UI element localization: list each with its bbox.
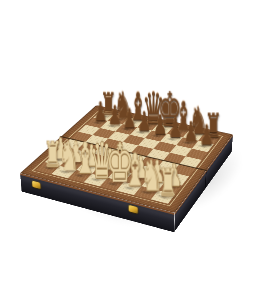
white-rook-icon: ♜ xyxy=(159,164,179,202)
brass-latch-icon[interactable] xyxy=(32,181,41,189)
black-pawn-icon: ♟ xyxy=(138,109,152,136)
black-pawn-icon: ♟ xyxy=(123,105,137,132)
chessboard: ♜♞♝♛♚♝♞♜♟♟♟♟♟♟♟♟♟♟♟♟♟♟♟♟♜♞♝♛♚♝♞♜ xyxy=(20,105,233,213)
product-photo-scene: ♜♞♝♛♚♝♞♜♟♟♟♟♟♟♟♟♟♟♟♟♟♟♟♟♜♞♝♛♚♝♞♜ xyxy=(0,0,270,300)
black-pawn-icon: ♟ xyxy=(153,112,167,139)
black-pawn-icon: ♟ xyxy=(93,99,107,125)
brass-latch-icon[interactable] xyxy=(129,205,138,214)
black-pawn-icon: ♟ xyxy=(108,102,122,129)
black-pawn-icon: ♟ xyxy=(184,118,198,146)
box-half-seam xyxy=(205,172,207,190)
black-pawn-icon: ♟ xyxy=(200,122,214,150)
black-pawn-icon: ♟ xyxy=(168,115,182,142)
